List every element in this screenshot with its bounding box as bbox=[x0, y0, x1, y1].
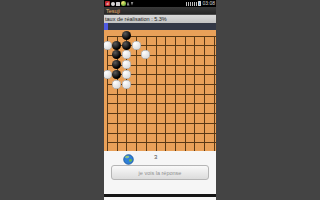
progress-marker bbox=[104, 23, 108, 30]
white-stone bbox=[141, 50, 150, 59]
grid-line-horizontal bbox=[107, 123, 216, 124]
white-stone bbox=[122, 50, 131, 59]
white-stone bbox=[132, 41, 141, 50]
grid-line-horizontal bbox=[107, 113, 216, 114]
go-board[interactable] bbox=[104, 30, 216, 151]
ball-notification-icon bbox=[121, 1, 126, 6]
notification-dot-icon bbox=[111, 2, 115, 6]
status-bar: d 03:08 bbox=[104, 0, 216, 7]
phone-screen: d 03:08 Tesuji taux de réalisation : 5.3… bbox=[104, 0, 216, 200]
grid-line-horizontal bbox=[107, 133, 216, 134]
white-stone bbox=[122, 60, 131, 69]
wifi-icon bbox=[192, 2, 197, 6]
battery-icon bbox=[198, 1, 202, 6]
black-stone bbox=[112, 70, 121, 79]
black-stone bbox=[112, 60, 121, 69]
title-bar: Tesuji bbox=[104, 7, 216, 15]
show-answer-button[interactable]: je vois la réponse bbox=[111, 165, 209, 180]
bottom-divider bbox=[104, 194, 216, 197]
globe-icon[interactable] bbox=[123, 154, 134, 165]
signal-icon bbox=[186, 2, 191, 6]
comment-count: 3 bbox=[154, 154, 157, 160]
grid-line-horizontal bbox=[107, 103, 216, 104]
app-title: Tesuji bbox=[106, 8, 120, 14]
white-stone bbox=[122, 80, 131, 89]
white-stone bbox=[122, 70, 131, 79]
stats-bar: taux de réalisation : 5.3% bbox=[104, 15, 216, 23]
black-stone bbox=[122, 31, 131, 40]
white-stone bbox=[104, 70, 112, 79]
grid-line-horizontal bbox=[107, 94, 216, 95]
download-arrow-icon bbox=[131, 2, 134, 6]
info-strip bbox=[104, 23, 216, 30]
clock-time: 03:08 bbox=[202, 0, 215, 7]
notification-square-icon bbox=[116, 2, 120, 6]
d-app-icon: d bbox=[105, 1, 110, 6]
black-stone bbox=[112, 50, 121, 59]
black-stone bbox=[112, 41, 121, 50]
show-answer-label: je vois la réponse bbox=[139, 170, 182, 176]
completion-rate-label: taux de réalisation : 5.3% bbox=[105, 16, 167, 22]
status-bar-right: 03:08 bbox=[186, 0, 215, 7]
black-stone bbox=[122, 41, 131, 50]
grid-line-horizontal bbox=[107, 142, 216, 143]
white-stone bbox=[112, 80, 121, 89]
upload-arrow-icon bbox=[127, 2, 130, 6]
bottom-panel: 3 je vois la réponse bbox=[104, 151, 216, 200]
white-stone bbox=[104, 41, 112, 50]
